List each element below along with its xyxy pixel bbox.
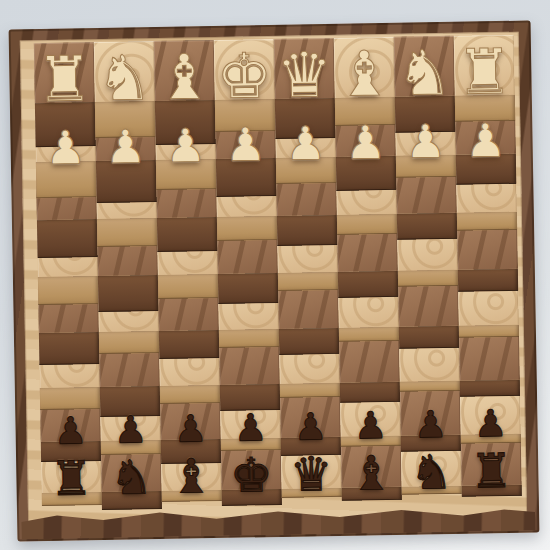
block-front-face <box>99 331 159 354</box>
block-front-face <box>400 381 460 392</box>
block-front-face <box>95 101 156 138</box>
block-front-face <box>341 436 401 447</box>
block-front-face <box>459 325 519 338</box>
block-front-face <box>217 216 277 241</box>
block-front-face <box>398 270 458 287</box>
block-front-face <box>220 384 280 411</box>
block-front-face <box>37 219 98 258</box>
backdrop: { "game": "chess", "scene": { "descripti… <box>0 0 550 550</box>
block-front-face <box>98 275 159 312</box>
block-front-face <box>39 332 100 365</box>
block-front-face <box>157 217 218 252</box>
block-front-face <box>219 329 279 348</box>
square-a1[interactable] <box>454 35 515 96</box>
block-front-face <box>155 100 216 145</box>
block-front-face <box>340 382 400 403</box>
block-front-face <box>101 440 161 455</box>
block-front-face <box>216 158 277 197</box>
block-front-face <box>338 271 398 298</box>
square-g1[interactable] <box>94 41 155 102</box>
block-front-face <box>41 441 101 462</box>
block-front-face <box>40 387 100 410</box>
block-front-face <box>337 214 397 235</box>
block-front-face <box>218 273 279 304</box>
block-front-face <box>159 330 219 359</box>
block-front-face <box>455 95 515 122</box>
block-front-face <box>97 218 157 247</box>
square-c1[interactable] <box>334 37 395 98</box>
block-front-face <box>35 102 96 147</box>
block-front-face <box>399 326 459 349</box>
block-front-face <box>397 213 457 240</box>
block-front-face <box>277 215 338 246</box>
block-front-face <box>279 328 339 355</box>
square-b1[interactable] <box>394 36 455 97</box>
block-front-face <box>461 434 521 444</box>
block-front-face <box>457 212 517 231</box>
block-front-face <box>100 386 161 417</box>
block-front-face <box>96 160 157 203</box>
block-front-face <box>396 155 456 178</box>
square-e1[interactable] <box>214 39 275 100</box>
block-front-face <box>162 490 222 502</box>
board-frame: ♜♞♝♚♛♝♞♜♟♟♟♟♟♟♟♟♟♟♟♟♟♟♟♟♜♞♝♚♛♝♞♜ <box>9 20 540 541</box>
block-front-face <box>402 486 462 495</box>
block-front-face <box>102 491 162 510</box>
block-front-face <box>160 385 220 404</box>
block-front-face <box>281 437 341 456</box>
chess-board <box>34 35 522 493</box>
block-front-face <box>158 274 218 299</box>
block-front-face <box>401 435 461 452</box>
block-front-face <box>156 159 217 190</box>
block-front-face <box>38 276 98 305</box>
block-front-face <box>462 485 522 497</box>
block-front-face <box>280 383 340 398</box>
block-front-face <box>36 161 97 198</box>
block-front-face <box>276 157 336 184</box>
block-front-face <box>215 99 276 132</box>
square-f1[interactable] <box>154 40 215 101</box>
block-front-face <box>275 98 336 139</box>
block-front-face <box>222 489 282 506</box>
block-front-face <box>221 438 281 451</box>
square-h1[interactable] <box>34 42 95 103</box>
block-front-face <box>335 97 395 126</box>
block-front-face <box>161 439 221 464</box>
block-front-face <box>282 488 342 498</box>
block-front-face <box>342 487 402 501</box>
block-front-face <box>456 154 517 185</box>
block-front-face <box>336 156 397 191</box>
block-front-face <box>339 327 399 342</box>
block-front-face <box>395 96 456 133</box>
block-front-face <box>278 272 338 291</box>
block-front-face <box>42 492 102 506</box>
block-front-face <box>458 269 518 292</box>
block-front-face <box>460 380 520 397</box>
square-d1[interactable] <box>274 38 335 99</box>
